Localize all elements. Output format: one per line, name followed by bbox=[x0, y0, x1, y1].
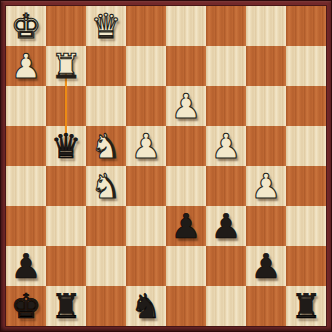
white-rook[interactable]: ♜ bbox=[51, 46, 81, 86]
white-pawn[interactable]: ♟ bbox=[131, 126, 161, 166]
board: ♚♛♟♜♟♛♞♟♟♞♟♟♟♟♟♚♜♞♜ bbox=[6, 6, 326, 326]
square-a5[interactable] bbox=[6, 126, 46, 166]
square-h4[interactable] bbox=[286, 166, 326, 206]
chess-board-frame: ♚♛♟♜♟♛♞♟♟♞♟♟♟♟♟♚♜♞♜ bbox=[0, 0, 332, 332]
square-a7[interactable]: ♟ bbox=[6, 46, 46, 86]
square-e7[interactable] bbox=[166, 46, 206, 86]
square-e1[interactable] bbox=[166, 286, 206, 326]
square-c8[interactable]: ♛ bbox=[86, 6, 126, 46]
square-f8[interactable] bbox=[206, 6, 246, 46]
white-knight[interactable]: ♞ bbox=[91, 126, 121, 166]
white-pawn[interactable]: ♟ bbox=[11, 46, 41, 86]
square-b2[interactable] bbox=[46, 246, 86, 286]
square-g2[interactable]: ♟ bbox=[246, 246, 286, 286]
square-d8[interactable] bbox=[126, 6, 166, 46]
square-d4[interactable] bbox=[126, 166, 166, 206]
square-e5[interactable] bbox=[166, 126, 206, 166]
square-g6[interactable] bbox=[246, 86, 286, 126]
square-e8[interactable] bbox=[166, 6, 206, 46]
square-b7[interactable]: ♜ bbox=[46, 46, 86, 86]
square-f6[interactable] bbox=[206, 86, 246, 126]
black-king[interactable]: ♚ bbox=[11, 286, 41, 326]
square-f4[interactable] bbox=[206, 166, 246, 206]
square-a6[interactable] bbox=[6, 86, 46, 126]
square-b4[interactable] bbox=[46, 166, 86, 206]
square-d7[interactable] bbox=[126, 46, 166, 86]
black-knight[interactable]: ♞ bbox=[131, 286, 161, 326]
square-c5[interactable]: ♞ bbox=[86, 126, 126, 166]
square-d3[interactable] bbox=[126, 206, 166, 246]
square-a3[interactable] bbox=[6, 206, 46, 246]
white-knight[interactable]: ♞ bbox=[91, 166, 121, 206]
black-pawn[interactable]: ♟ bbox=[171, 206, 201, 246]
white-pawn[interactable]: ♟ bbox=[211, 126, 241, 166]
square-g5[interactable] bbox=[246, 126, 286, 166]
square-f2[interactable] bbox=[206, 246, 246, 286]
square-b3[interactable] bbox=[46, 206, 86, 246]
square-g1[interactable] bbox=[246, 286, 286, 326]
square-h5[interactable] bbox=[286, 126, 326, 166]
square-c7[interactable] bbox=[86, 46, 126, 86]
square-a8[interactable]: ♚ bbox=[6, 6, 46, 46]
square-h2[interactable] bbox=[286, 246, 326, 286]
square-h8[interactable] bbox=[286, 6, 326, 46]
black-rook[interactable]: ♜ bbox=[291, 286, 321, 326]
white-pawn[interactable]: ♟ bbox=[171, 86, 201, 126]
square-c2[interactable] bbox=[86, 246, 126, 286]
black-pawn[interactable]: ♟ bbox=[251, 246, 281, 286]
black-pawn[interactable]: ♟ bbox=[211, 206, 241, 246]
square-d2[interactable] bbox=[126, 246, 166, 286]
square-f7[interactable] bbox=[206, 46, 246, 86]
square-e2[interactable] bbox=[166, 246, 206, 286]
square-c1[interactable] bbox=[86, 286, 126, 326]
square-b1[interactable]: ♜ bbox=[46, 286, 86, 326]
square-h7[interactable] bbox=[286, 46, 326, 86]
white-pawn[interactable]: ♟ bbox=[251, 166, 281, 206]
white-king[interactable]: ♚ bbox=[11, 6, 41, 46]
square-f5[interactable]: ♟ bbox=[206, 126, 246, 166]
square-a1[interactable]: ♚ bbox=[6, 286, 46, 326]
square-b8[interactable] bbox=[46, 6, 86, 46]
square-d1[interactable]: ♞ bbox=[126, 286, 166, 326]
square-e4[interactable] bbox=[166, 166, 206, 206]
square-f3[interactable]: ♟ bbox=[206, 206, 246, 246]
square-c6[interactable] bbox=[86, 86, 126, 126]
square-a4[interactable] bbox=[6, 166, 46, 206]
square-c4[interactable]: ♞ bbox=[86, 166, 126, 206]
square-h3[interactable] bbox=[286, 206, 326, 246]
square-g7[interactable] bbox=[246, 46, 286, 86]
square-g4[interactable]: ♟ bbox=[246, 166, 286, 206]
square-e3[interactable]: ♟ bbox=[166, 206, 206, 246]
square-h6[interactable] bbox=[286, 86, 326, 126]
square-a2[interactable]: ♟ bbox=[6, 246, 46, 286]
square-d6[interactable] bbox=[126, 86, 166, 126]
square-e6[interactable]: ♟ bbox=[166, 86, 206, 126]
white-queen[interactable]: ♛ bbox=[91, 6, 121, 46]
square-d5[interactable]: ♟ bbox=[126, 126, 166, 166]
square-c3[interactable] bbox=[86, 206, 126, 246]
square-f1[interactable] bbox=[206, 286, 246, 326]
square-g8[interactable] bbox=[246, 6, 286, 46]
black-pawn[interactable]: ♟ bbox=[11, 246, 41, 286]
square-h1[interactable]: ♜ bbox=[286, 286, 326, 326]
square-b5[interactable]: ♛ bbox=[46, 126, 86, 166]
black-queen[interactable]: ♛ bbox=[51, 126, 81, 166]
black-rook[interactable]: ♜ bbox=[51, 286, 81, 326]
square-g3[interactable] bbox=[246, 206, 286, 246]
